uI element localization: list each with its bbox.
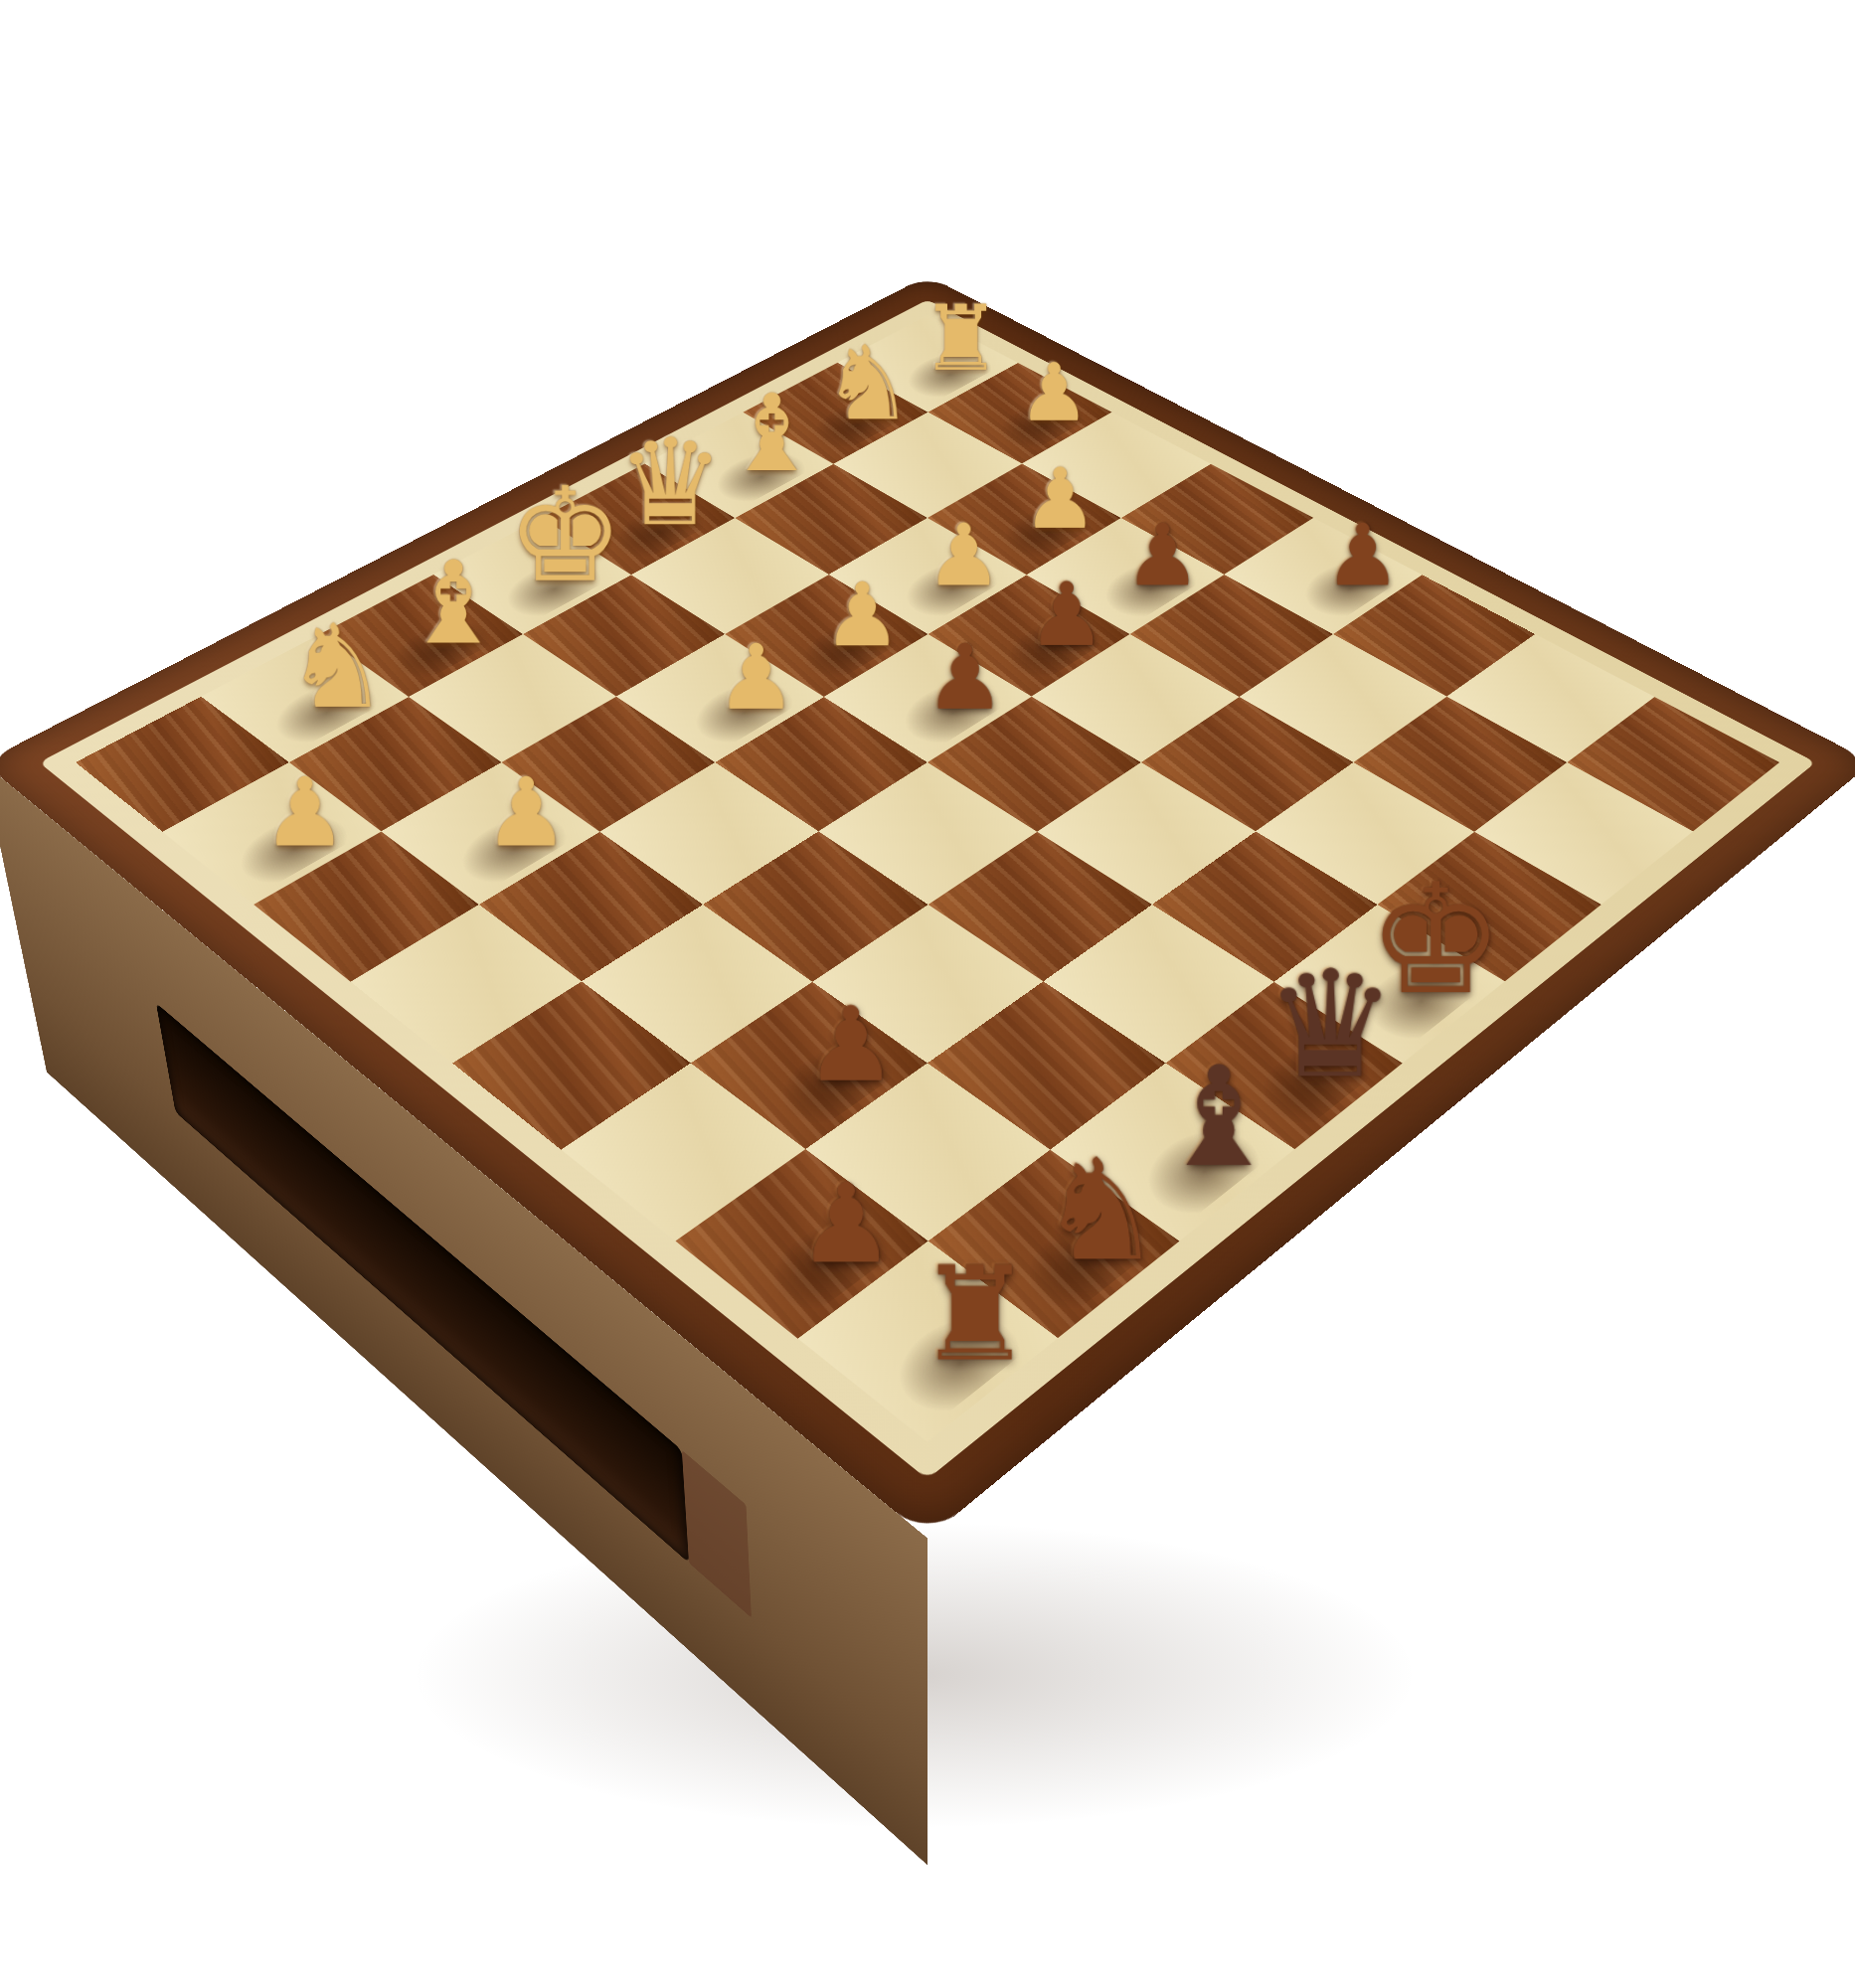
piece-dark-pawn[interactable]: ♟ [1291,517,1433,595]
piece-light-pawn[interactable]: ♟ [447,770,603,858]
piece-light-pawn[interactable]: ♟ [682,637,830,720]
product-photo-stage: ♞♝♚♛♝♞♜♟♟♟♟♟♟♟♟♟♟♟♟♟♜♞♝♛♚ [0,0,1855,1988]
scene: ♞♝♚♛♝♞♜♟♟♟♟♟♟♟♟♟♟♟♟♟♜♞♝♛♚ [0,0,1855,1988]
piece-light-knight[interactable]: ♞ [262,614,411,721]
piece-dark-pawn[interactable]: ♟ [891,637,1039,720]
drawer-felt-edge [682,1450,752,1618]
board-top: ♞♝♚♛♝♞♜♟♟♟♟♟♟♟♟♟♟♟♟♟♜♞♝♛♚ [0,275,1855,1538]
chess-box: ♞♝♚♛♝♞♜♟♟♟♟♟♟♟♟♟♟♟♟♟♜♞♝♛♚ [0,275,1855,1538]
piece-dark-rook[interactable]: ♜ [882,1255,1068,1375]
piece-dark-pawn[interactable]: ♟ [765,999,935,1093]
piece-light-pawn[interactable]: ♟ [988,357,1119,430]
piece-light-pawn[interactable]: ♟ [227,770,383,858]
